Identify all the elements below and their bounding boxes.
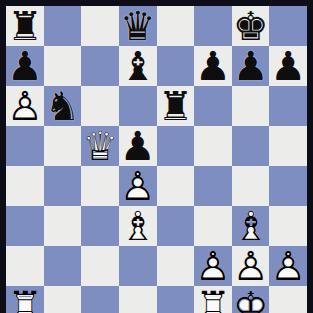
white-bishop[interactable]: ♝♗ — [120, 206, 156, 246]
square-d5[interactable]: ♟ — [119, 126, 157, 166]
white-rook[interactable]: ♜♖ — [7, 286, 43, 313]
black-pawn[interactable]: ♟ — [270, 46, 306, 86]
square-b6[interactable]: ♞ — [44, 86, 82, 126]
square-h4[interactable] — [269, 166, 307, 206]
black-rook[interactable]: ♜ — [157, 86, 193, 126]
square-d4[interactable]: ♟♙ — [119, 166, 157, 206]
square-g1[interactable]: ♚♔ — [232, 286, 270, 313]
square-h7[interactable]: ♟ — [269, 46, 307, 86]
square-g7[interactable]: ♟ — [232, 46, 270, 86]
square-d1[interactable] — [119, 286, 157, 313]
square-e1[interactable] — [157, 286, 195, 313]
white-queen[interactable]: ♛♕ — [82, 126, 118, 166]
square-g8[interactable]: ♚ — [232, 6, 270, 46]
square-d8[interactable]: ♛ — [119, 6, 157, 46]
white-pawn[interactable]: ♟♙ — [120, 166, 156, 206]
piece-solid-layer: ♛ — [120, 6, 156, 46]
white-pawn[interactable]: ♟♙ — [233, 246, 269, 286]
black-pawn[interactable]: ♟ — [120, 126, 156, 166]
square-f8[interactable] — [194, 6, 232, 46]
piece-solid-layer: ♟ — [233, 46, 269, 86]
square-c5[interactable]: ♛♕ — [81, 126, 119, 166]
white-pawn[interactable]: ♟♙ — [270, 246, 306, 286]
square-e7[interactable] — [157, 46, 195, 86]
square-a1[interactable]: ♜♖ — [6, 286, 44, 313]
piece-solid-layer: ♟ — [120, 126, 156, 166]
white-rook[interactable]: ♜♖ — [195, 286, 231, 313]
square-h1[interactable] — [269, 286, 307, 313]
square-f3[interactable] — [194, 206, 232, 246]
square-b3[interactable] — [44, 206, 82, 246]
square-e8[interactable] — [157, 6, 195, 46]
square-h3[interactable] — [269, 206, 307, 246]
piece-solid-layer: ♟ — [195, 46, 231, 86]
square-b5[interactable] — [44, 126, 82, 166]
square-a7[interactable]: ♟ — [6, 46, 44, 86]
piece-outline-layer: ♙ — [120, 166, 156, 206]
square-c7[interactable] — [81, 46, 119, 86]
square-b8[interactable] — [44, 6, 82, 46]
piece-outline-layer: ♙ — [7, 86, 43, 126]
square-a2[interactable] — [6, 246, 44, 286]
square-c1[interactable] — [81, 286, 119, 313]
square-a6[interactable]: ♟♙ — [6, 86, 44, 126]
square-h5[interactable] — [269, 126, 307, 166]
piece-outline-layer: ♖ — [195, 286, 231, 313]
white-pawn[interactable]: ♟♙ — [7, 86, 43, 126]
square-e2[interactable] — [157, 246, 195, 286]
piece-outline-layer: ♕ — [82, 126, 118, 166]
piece-solid-layer: ♜ — [157, 86, 193, 126]
piece-outline-layer: ♙ — [270, 246, 306, 286]
square-b7[interactable] — [44, 46, 82, 86]
black-knight[interactable]: ♞ — [45, 86, 81, 126]
piece-solid-layer: ♝ — [120, 46, 156, 86]
square-e3[interactable] — [157, 206, 195, 246]
square-d7[interactable]: ♝ — [119, 46, 157, 86]
square-d6[interactable] — [119, 86, 157, 126]
white-bishop[interactable]: ♝♗ — [233, 206, 269, 246]
piece-solid-layer: ♟ — [7, 46, 43, 86]
black-pawn[interactable]: ♟ — [7, 46, 43, 86]
square-e6[interactable]: ♜ — [157, 86, 195, 126]
square-e5[interactable] — [157, 126, 195, 166]
piece-outline-layer: ♔ — [233, 286, 269, 313]
square-g2[interactable]: ♟♙ — [232, 246, 270, 286]
piece-outline-layer: ♙ — [195, 246, 231, 286]
piece-outline-layer: ♗ — [233, 206, 269, 246]
square-g5[interactable] — [232, 126, 270, 166]
square-h2[interactable]: ♟♙ — [269, 246, 307, 286]
square-d2[interactable] — [119, 246, 157, 286]
square-c4[interactable] — [81, 166, 119, 206]
square-c8[interactable] — [81, 6, 119, 46]
square-a3[interactable] — [6, 206, 44, 246]
square-h8[interactable] — [269, 6, 307, 46]
black-bishop[interactable]: ♝ — [120, 46, 156, 86]
black-rook[interactable]: ♜ — [7, 6, 43, 46]
piece-outline-layer: ♙ — [233, 246, 269, 286]
black-pawn[interactable]: ♟ — [195, 46, 231, 86]
square-h6[interactable] — [269, 86, 307, 126]
piece-outline-layer: ♗ — [120, 206, 156, 246]
white-pawn[interactable]: ♟♙ — [195, 246, 231, 286]
square-g6[interactable] — [232, 86, 270, 126]
square-e4[interactable] — [157, 166, 195, 206]
square-d3[interactable]: ♝♗ — [119, 206, 157, 246]
square-b1[interactable] — [44, 286, 82, 313]
square-f7[interactable]: ♟ — [194, 46, 232, 86]
chess-board-frame: ♜♛♚♟♝♟♟♟♟♙♞♜♛♕♟♟♙♝♗♝♗♟♙♟♙♟♙♜♖♜♖♚♔ — [0, 0, 313, 313]
piece-solid-layer: ♞ — [45, 86, 81, 126]
white-king[interactable]: ♚♔ — [233, 286, 269, 313]
chess-board: ♜♛♚♟♝♟♟♟♟♙♞♜♛♕♟♟♙♝♗♝♗♟♙♟♙♟♙♜♖♜♖♚♔ — [6, 6, 307, 307]
square-g4[interactable] — [232, 166, 270, 206]
square-f6[interactable] — [194, 86, 232, 126]
square-a4[interactable] — [6, 166, 44, 206]
piece-solid-layer: ♚ — [233, 6, 269, 46]
black-king[interactable]: ♚ — [233, 6, 269, 46]
square-f2[interactable]: ♟♙ — [194, 246, 232, 286]
square-a8[interactable]: ♜ — [6, 6, 44, 46]
square-c3[interactable] — [81, 206, 119, 246]
square-a5[interactable] — [6, 126, 44, 166]
square-b2[interactable] — [44, 246, 82, 286]
square-f5[interactable] — [194, 126, 232, 166]
black-pawn[interactable]: ♟ — [233, 46, 269, 86]
piece-solid-layer: ♜ — [7, 6, 43, 46]
square-c6[interactable] — [81, 86, 119, 126]
piece-solid-layer: ♟ — [270, 46, 306, 86]
square-g3[interactable]: ♝♗ — [232, 206, 270, 246]
square-b4[interactable] — [44, 166, 82, 206]
square-f1[interactable]: ♜♖ — [194, 286, 232, 313]
square-c2[interactable] — [81, 246, 119, 286]
black-queen[interactable]: ♛ — [120, 6, 156, 46]
piece-outline-layer: ♖ — [7, 286, 43, 313]
square-f4[interactable] — [194, 166, 232, 206]
